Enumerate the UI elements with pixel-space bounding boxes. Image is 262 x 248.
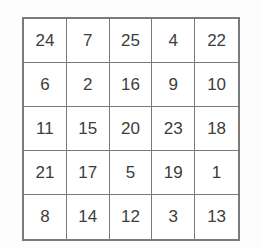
cell-r3c2: 5 — [110, 151, 153, 195]
cell-r2c3: 23 — [152, 107, 195, 151]
cell-r0c2: 25 — [110, 19, 153, 63]
cell-r0c1: 7 — [67, 19, 110, 63]
cell-r3c0: 21 — [24, 151, 67, 195]
cell-r3c4: 1 — [195, 151, 238, 195]
cell-r0c4: 22 — [195, 19, 238, 63]
cell-r4c4: 13 — [195, 195, 238, 239]
cell-r2c1: 15 — [67, 107, 110, 151]
cell-r2c4: 18 — [195, 107, 238, 151]
cell-r0c3: 4 — [152, 19, 195, 63]
cell-r4c1: 14 — [67, 195, 110, 239]
cell-r1c3: 9 — [152, 63, 195, 107]
cell-r1c2: 16 — [110, 63, 153, 107]
cell-r3c3: 19 — [152, 151, 195, 195]
cell-r1c0: 6 — [24, 63, 67, 107]
cell-r4c2: 12 — [110, 195, 153, 239]
cell-r2c2: 20 — [110, 107, 153, 151]
cell-r0c0: 24 — [24, 19, 67, 63]
cell-r1c1: 2 — [67, 63, 110, 107]
number-grid: 24 7 25 4 22 6 2 16 9 10 11 15 20 23 18 … — [22, 17, 240, 241]
cell-r4c3: 3 — [152, 195, 195, 239]
cell-r2c0: 11 — [24, 107, 67, 151]
cell-r4c0: 8 — [24, 195, 67, 239]
cell-r3c1: 17 — [67, 151, 110, 195]
cell-r1c4: 10 — [195, 63, 238, 107]
